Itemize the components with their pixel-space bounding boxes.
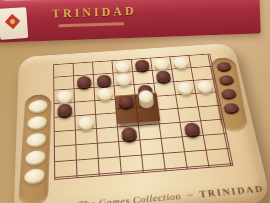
bevel-separator: ~ bbox=[183, 190, 197, 201]
dark-piece[interactable] bbox=[97, 74, 112, 86]
tray-white-piece[interactable] bbox=[23, 167, 45, 184]
white-piece[interactable] bbox=[154, 58, 169, 70]
tray-dark-piece[interactable] bbox=[222, 102, 240, 114]
dark-piece[interactable] bbox=[156, 70, 172, 82]
left-piece-tray[interactable] bbox=[18, 94, 52, 203]
game-box: TRINIDAD bbox=[0, 0, 261, 43]
game-board: The Games Collection ~ TRINIDAD bbox=[13, 43, 270, 203]
box-title: TRINIDAD bbox=[52, 4, 137, 22]
dark-piece[interactable] bbox=[135, 59, 150, 71]
tray-dark-piece[interactable] bbox=[218, 74, 235, 85]
white-piece[interactable] bbox=[78, 116, 94, 130]
box-side-label bbox=[0, 7, 28, 40]
tray-white-piece[interactable] bbox=[26, 132, 47, 148]
box-subtitle-blur bbox=[58, 22, 124, 27]
board-bevel-text: The Games Collection ~ TRINIDAD bbox=[58, 184, 266, 203]
dark-piece[interactable] bbox=[57, 103, 72, 116]
bevel-brand-text: The Games Collection bbox=[78, 191, 182, 203]
white-piece[interactable] bbox=[173, 57, 189, 69]
tray-dark-piece[interactable] bbox=[220, 88, 237, 99]
white-piece[interactable] bbox=[115, 61, 130, 73]
board-wrap: The Games Collection ~ TRINIDAD bbox=[13, 43, 270, 203]
tray-white-piece[interactable] bbox=[27, 115, 48, 130]
bevel-title-text: TRINIDAD bbox=[199, 184, 266, 199]
tray-dark-piece[interactable] bbox=[215, 61, 232, 72]
tray-white-piece[interactable] bbox=[24, 149, 46, 166]
desk-background: TRINIDAD The Games Collection ~ TRINIDAD bbox=[0, 0, 270, 203]
box-label-logo-icon bbox=[5, 14, 21, 30]
white-piece[interactable] bbox=[197, 80, 213, 93]
white-piece[interactable] bbox=[97, 87, 112, 100]
tray-white-piece[interactable] bbox=[28, 99, 49, 114]
dark-piece[interactable] bbox=[184, 122, 201, 136]
board-grid bbox=[53, 54, 233, 180]
white-piece[interactable] bbox=[177, 82, 193, 95]
white-piece[interactable] bbox=[116, 73, 131, 85]
dark-piece[interactable] bbox=[77, 76, 92, 88]
box-top-edge bbox=[3, 0, 245, 1]
dark-piece[interactable] bbox=[121, 127, 137, 141]
white-piece[interactable] bbox=[57, 90, 72, 103]
